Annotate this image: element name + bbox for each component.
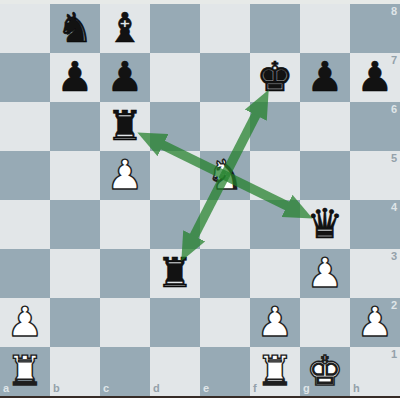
square-g8[interactable] [300, 4, 350, 53]
rank-label-3: 3 [391, 251, 397, 262]
piece-black-rook[interactable]: ♜ [150, 249, 200, 298]
file-label-c: c [103, 383, 109, 394]
square-h7[interactable]: 7♟ [350, 53, 400, 102]
file-label-h: h [353, 383, 360, 394]
square-c8[interactable]: ♝ [100, 4, 150, 53]
rank-label-5: 5 [391, 153, 397, 164]
square-h6[interactable]: 6 [350, 102, 400, 151]
piece-white-knight[interactable]: ♞ [200, 151, 250, 200]
piece-black-queen[interactable]: ♛ [300, 200, 350, 249]
square-a6[interactable] [0, 102, 50, 151]
rank-label-6: 6 [391, 104, 397, 115]
chess-board[interactable]: ♞♝8♟♟♚♟7♟♜6♟♞5♛4♜♟3♟♟2♟a♜bcdef♜g♚1h [0, 4, 400, 396]
square-h3[interactable]: 3 [350, 249, 400, 298]
square-a3[interactable] [0, 249, 50, 298]
square-b7[interactable]: ♟ [50, 53, 100, 102]
square-a7[interactable] [0, 53, 50, 102]
square-f4[interactable] [250, 200, 300, 249]
square-g3[interactable]: ♟ [300, 249, 350, 298]
rank-label-8: 8 [391, 6, 397, 17]
piece-black-pawn[interactable]: ♟ [100, 53, 150, 102]
square-f8[interactable] [250, 4, 300, 53]
piece-white-pawn[interactable]: ♟ [300, 249, 350, 298]
square-e1[interactable]: e [200, 347, 250, 396]
square-e4[interactable] [200, 200, 250, 249]
square-e2[interactable] [200, 298, 250, 347]
square-c6[interactable]: ♜ [100, 102, 150, 151]
square-e7[interactable] [200, 53, 250, 102]
square-h8[interactable]: 8 [350, 4, 400, 53]
square-e5[interactable]: ♞ [200, 151, 250, 200]
square-c5[interactable]: ♟ [100, 151, 150, 200]
square-f6[interactable] [250, 102, 300, 151]
square-d6[interactable] [150, 102, 200, 151]
square-g4[interactable]: ♛ [300, 200, 350, 249]
square-h1[interactable]: 1h [350, 347, 400, 396]
square-d4[interactable] [150, 200, 200, 249]
file-label-b: b [53, 383, 60, 394]
piece-white-rook[interactable]: ♜ [0, 347, 50, 396]
square-b5[interactable] [50, 151, 100, 200]
square-h5[interactable]: 5 [350, 151, 400, 200]
square-f3[interactable] [250, 249, 300, 298]
file-label-d: d [153, 383, 160, 394]
square-b6[interactable] [50, 102, 100, 151]
square-g2[interactable] [300, 298, 350, 347]
square-d2[interactable] [150, 298, 200, 347]
piece-black-bishop[interactable]: ♝ [100, 4, 150, 53]
square-d5[interactable] [150, 151, 200, 200]
piece-black-pawn[interactable]: ♟ [350, 53, 400, 102]
square-f1[interactable]: f♜ [250, 347, 300, 396]
square-g6[interactable] [300, 102, 350, 151]
piece-black-pawn[interactable]: ♟ [300, 53, 350, 102]
square-d8[interactable] [150, 4, 200, 53]
piece-white-pawn[interactable]: ♟ [250, 298, 300, 347]
file-label-e: e [203, 383, 209, 394]
square-d3[interactable]: ♜ [150, 249, 200, 298]
chess-app-window: ♞♝8♟♟♚♟7♟♜6♟♞5♛4♜♟3♟♟2♟a♜bcdef♜g♚1h [0, 0, 400, 398]
square-g5[interactable] [300, 151, 350, 200]
square-a1[interactable]: a♜ [0, 347, 50, 396]
square-c4[interactable] [100, 200, 150, 249]
square-c2[interactable] [100, 298, 150, 347]
square-f7[interactable]: ♚ [250, 53, 300, 102]
square-c1[interactable]: c [100, 347, 150, 396]
square-b4[interactable] [50, 200, 100, 249]
piece-black-knight[interactable]: ♞ [50, 4, 100, 53]
piece-white-king[interactable]: ♚ [300, 347, 350, 396]
square-a4[interactable] [0, 200, 50, 249]
square-a5[interactable] [0, 151, 50, 200]
square-f2[interactable]: ♟ [250, 298, 300, 347]
square-a2[interactable]: ♟ [0, 298, 50, 347]
square-e3[interactable] [200, 249, 250, 298]
piece-white-pawn[interactable]: ♟ [0, 298, 50, 347]
square-g7[interactable]: ♟ [300, 53, 350, 102]
piece-black-rook[interactable]: ♜ [100, 102, 150, 151]
square-f5[interactable] [250, 151, 300, 200]
square-g1[interactable]: g♚ [300, 347, 350, 396]
rank-label-4: 4 [391, 202, 397, 213]
square-a8[interactable] [0, 4, 50, 53]
board-grid: ♞♝8♟♟♚♟7♟♜6♟♞5♛4♜♟3♟♟2♟a♜bcdef♜g♚1h [0, 4, 400, 396]
square-d1[interactable]: d [150, 347, 200, 396]
square-c3[interactable] [100, 249, 150, 298]
square-b2[interactable] [50, 298, 100, 347]
square-d7[interactable] [150, 53, 200, 102]
square-e8[interactable] [200, 4, 250, 53]
piece-black-king[interactable]: ♚ [250, 53, 300, 102]
rank-label-1: 1 [391, 349, 397, 360]
square-b8[interactable]: ♞ [50, 4, 100, 53]
square-h2[interactable]: 2♟ [350, 298, 400, 347]
square-c7[interactable]: ♟ [100, 53, 150, 102]
piece-white-pawn[interactable]: ♟ [350, 298, 400, 347]
piece-white-rook[interactable]: ♜ [250, 347, 300, 396]
square-b3[interactable] [50, 249, 100, 298]
square-h4[interactable]: 4 [350, 200, 400, 249]
square-e6[interactable] [200, 102, 250, 151]
square-b1[interactable]: b [50, 347, 100, 396]
piece-black-pawn[interactable]: ♟ [50, 53, 100, 102]
piece-white-pawn[interactable]: ♟ [100, 151, 150, 200]
